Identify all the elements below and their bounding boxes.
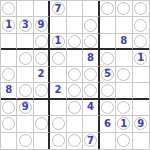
cell-r5c6[interactable] bbox=[83, 67, 99, 83]
cell-r3c1[interactable] bbox=[1, 34, 17, 50]
odd-circle bbox=[68, 134, 81, 147]
cell-r4c9[interactable]: 1 bbox=[133, 50, 149, 66]
odd-circle bbox=[35, 35, 48, 48]
odd-circle bbox=[68, 101, 81, 114]
cell-r7c7[interactable] bbox=[100, 100, 116, 116]
cell-r3c4[interactable]: 1 bbox=[50, 34, 66, 50]
odd-circle bbox=[101, 101, 114, 114]
cell-r3c6[interactable] bbox=[83, 34, 99, 50]
odd-circle bbox=[101, 52, 114, 65]
odd-circle: 7 bbox=[84, 134, 97, 147]
cell-r4c3[interactable] bbox=[34, 50, 50, 66]
cell-r1c4[interactable]: 7 bbox=[50, 1, 66, 17]
cell-r6c6[interactable] bbox=[83, 83, 99, 99]
cell-r6c5[interactable] bbox=[67, 83, 83, 99]
cell-r6c3[interactable] bbox=[34, 83, 50, 99]
cell-r5c8[interactable] bbox=[116, 67, 132, 83]
odd-circle: 1 bbox=[134, 52, 147, 65]
cell-r7c2[interactable]: 9 bbox=[17, 100, 33, 116]
cell-r2c3[interactable]: 9 bbox=[34, 17, 50, 33]
cell-r9c2[interactable] bbox=[17, 133, 33, 149]
cell-r5c4[interactable] bbox=[50, 67, 66, 83]
cell-r8c9[interactable]: 9 bbox=[133, 116, 149, 132]
cell-r6c7[interactable] bbox=[100, 83, 116, 99]
cell-r8c4[interactable] bbox=[50, 116, 66, 132]
cell-r1c1[interactable] bbox=[1, 1, 17, 17]
odd-circle bbox=[101, 2, 114, 15]
cell-r9c8[interactable] bbox=[116, 133, 132, 149]
odd-circle: 9 bbox=[35, 19, 48, 32]
given-digit: 6 bbox=[104, 119, 111, 129]
odd-circle: 9 bbox=[134, 117, 147, 130]
given-digit: 2 bbox=[38, 69, 45, 79]
given-digit: 1 bbox=[55, 36, 62, 46]
odd-circle: 7 bbox=[52, 2, 65, 15]
cell-r7c3[interactable] bbox=[34, 100, 50, 116]
cell-r5c3[interactable]: 2 bbox=[34, 67, 50, 83]
cell-r2c9[interactable] bbox=[133, 17, 149, 33]
odd-circle bbox=[2, 117, 15, 130]
cell-r5c5[interactable] bbox=[67, 67, 83, 83]
odd-circle bbox=[35, 117, 48, 130]
odd-circle: 1 bbox=[52, 35, 65, 48]
cell-r8c3[interactable] bbox=[34, 116, 50, 132]
odd-circle bbox=[117, 101, 130, 114]
odd-circle bbox=[84, 84, 97, 97]
cell-r4c8[interactable] bbox=[116, 50, 132, 66]
cell-r2c6[interactable] bbox=[83, 17, 99, 33]
sudoku-board: 713918812582946197 bbox=[0, 0, 150, 150]
odd-circle bbox=[117, 68, 130, 81]
cell-r2c1[interactable]: 1 bbox=[1, 17, 17, 33]
cell-r4c2[interactable] bbox=[17, 50, 33, 66]
given-digit: 9 bbox=[137, 119, 144, 129]
cell-r1c7[interactable] bbox=[100, 1, 116, 17]
odd-circle bbox=[68, 68, 81, 81]
odd-circle bbox=[52, 134, 65, 147]
odd-circle: 9 bbox=[19, 101, 32, 114]
cell-r7c5[interactable] bbox=[67, 100, 83, 116]
given-digit: 4 bbox=[87, 102, 94, 112]
cell-r9c6[interactable]: 7 bbox=[83, 133, 99, 149]
cell-r3c9[interactable] bbox=[133, 34, 149, 50]
cell-r9c1[interactable] bbox=[1, 133, 17, 149]
cell-r5c7[interactable]: 5 bbox=[100, 67, 116, 83]
cell-r7c4[interactable] bbox=[50, 100, 66, 116]
given-digit: 2 bbox=[55, 85, 62, 95]
cell-r3c5[interactable] bbox=[67, 34, 83, 50]
given-digit: 7 bbox=[55, 4, 62, 14]
cell-r9c7[interactable] bbox=[100, 133, 116, 149]
odd-circle bbox=[68, 35, 81, 48]
odd-circle bbox=[2, 68, 15, 81]
cell-r5c2[interactable] bbox=[17, 67, 33, 83]
cell-r6c4[interactable]: 2 bbox=[50, 83, 66, 99]
cell-r1c8[interactable] bbox=[116, 1, 132, 17]
odd-circle: 1 bbox=[2, 19, 15, 32]
odd-circle bbox=[19, 84, 32, 97]
cell-r5c1[interactable] bbox=[1, 67, 17, 83]
odd-circle bbox=[117, 2, 130, 15]
odd-circle bbox=[2, 2, 15, 15]
given-digit: 1 bbox=[5, 20, 12, 30]
cell-r2c5[interactable] bbox=[67, 17, 83, 33]
odd-circle bbox=[2, 101, 15, 114]
cell-r7c8[interactable] bbox=[116, 100, 132, 116]
odd-circle bbox=[134, 19, 147, 32]
cell-r1c2[interactable] bbox=[17, 1, 33, 17]
cell-r2c4[interactable] bbox=[50, 17, 66, 33]
odd-circle bbox=[84, 68, 97, 81]
cell-r4c7[interactable] bbox=[100, 50, 116, 66]
odd-circle bbox=[84, 35, 97, 48]
cell-r6c1[interactable]: 8 bbox=[1, 83, 17, 99]
odd-circle bbox=[35, 52, 48, 65]
cell-r4c1[interactable] bbox=[1, 50, 17, 66]
cell-r8c6[interactable] bbox=[83, 116, 99, 132]
cell-r1c5[interactable] bbox=[67, 1, 83, 17]
odd-circle bbox=[134, 2, 147, 15]
cell-r3c2[interactable] bbox=[17, 34, 33, 50]
odd-circle: 1 bbox=[117, 117, 130, 130]
cell-r7c9[interactable] bbox=[133, 100, 149, 116]
given-digit: 1 bbox=[120, 119, 127, 129]
cell-r7c6[interactable]: 4 bbox=[83, 100, 99, 116]
given-digit: 9 bbox=[38, 20, 45, 30]
odd-circle bbox=[19, 52, 32, 65]
cell-r4c5[interactable] bbox=[67, 50, 83, 66]
cell-r4c4[interactable] bbox=[50, 50, 66, 66]
cell-r7c1[interactable] bbox=[1, 100, 17, 116]
cell-r3c3[interactable] bbox=[34, 34, 50, 50]
cell-r8c7[interactable]: 6 bbox=[100, 116, 116, 132]
cell-r6c9[interactable] bbox=[133, 83, 149, 99]
given-digit: 8 bbox=[120, 36, 127, 46]
cell-r8c8[interactable]: 1 bbox=[116, 116, 132, 132]
odd-circle bbox=[52, 52, 65, 65]
odd-circle: 3 bbox=[19, 19, 32, 32]
cell-r9c9[interactable] bbox=[133, 133, 149, 149]
cell-r6c2[interactable] bbox=[17, 83, 33, 99]
odd-circle bbox=[35, 84, 48, 97]
cell-r5c9[interactable] bbox=[133, 67, 149, 83]
cell-r9c5[interactable] bbox=[67, 133, 83, 149]
odd-circle bbox=[84, 19, 97, 32]
given-digit: 1 bbox=[137, 53, 144, 63]
odd-circle bbox=[68, 84, 81, 97]
odd-circle bbox=[19, 134, 32, 147]
cell-r2c7[interactable] bbox=[100, 17, 116, 33]
cell-r8c5[interactable] bbox=[67, 116, 83, 132]
cell-r6c8[interactable] bbox=[116, 83, 132, 99]
odd-circle: 5 bbox=[101, 68, 114, 81]
cell-r8c1[interactable] bbox=[1, 116, 17, 132]
given-digit: 8 bbox=[87, 53, 94, 63]
cell-r2c2[interactable]: 3 bbox=[17, 17, 33, 33]
cell-r8c2[interactable] bbox=[17, 116, 33, 132]
cell-r4c6[interactable]: 8 bbox=[83, 50, 99, 66]
given-digit: 8 bbox=[5, 85, 12, 95]
cell-r1c3[interactable] bbox=[34, 1, 50, 17]
odd-circle bbox=[101, 84, 114, 97]
given-digit: 9 bbox=[22, 102, 29, 112]
odd-circle bbox=[52, 117, 65, 130]
given-digit: 7 bbox=[87, 136, 94, 146]
odd-circle bbox=[117, 134, 130, 147]
cell-r1c6[interactable] bbox=[83, 1, 99, 17]
cell-r9c3[interactable] bbox=[34, 133, 50, 149]
odd-circle bbox=[134, 35, 147, 48]
cell-r3c7[interactable] bbox=[100, 34, 116, 50]
given-digit: 3 bbox=[22, 20, 29, 30]
cell-r9c4[interactable] bbox=[50, 133, 66, 149]
given-digit: 5 bbox=[104, 69, 111, 79]
cell-r2c8[interactable] bbox=[116, 17, 132, 33]
cell-r3c8[interactable]: 8 bbox=[116, 34, 132, 50]
cell-r1c9[interactable] bbox=[133, 1, 149, 17]
